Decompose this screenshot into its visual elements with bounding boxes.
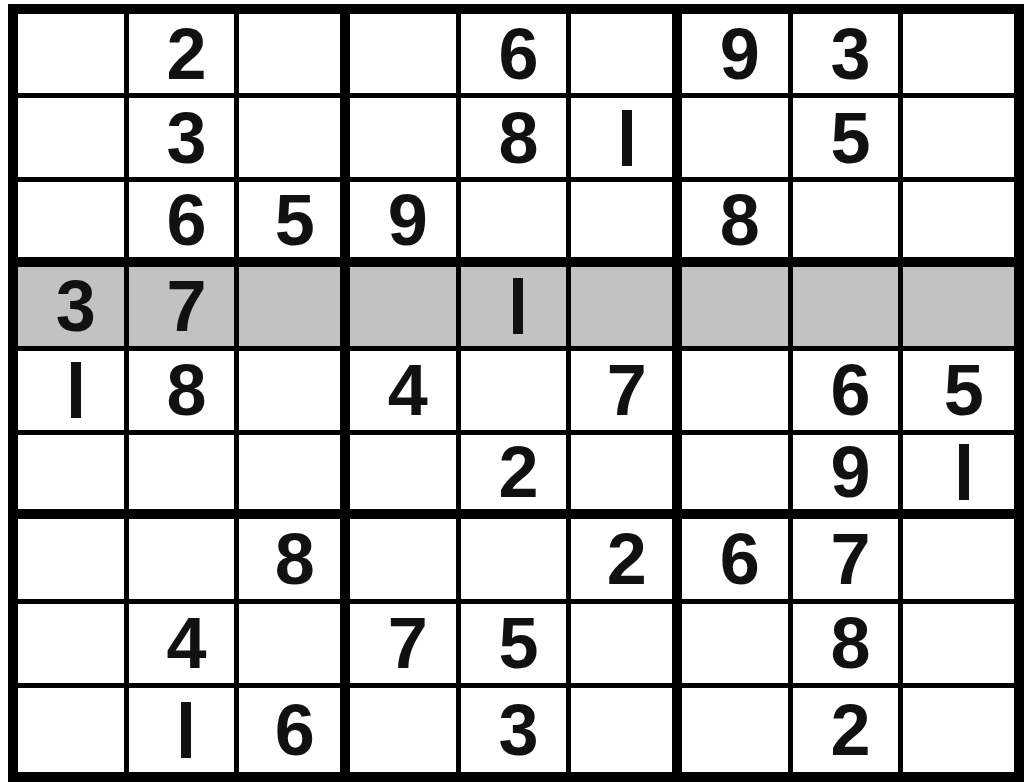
cell-r3c7: 8 bbox=[682, 182, 793, 266]
cell-r5c7[interactable] bbox=[682, 351, 793, 435]
given-digit: 2 bbox=[498, 436, 538, 508]
cell-r4c4[interactable] bbox=[350, 267, 461, 351]
cell-r5c6: 7 bbox=[571, 351, 682, 435]
cell-r7c6: 2 bbox=[571, 519, 682, 603]
cell-r2c7[interactable] bbox=[682, 98, 793, 182]
given-digit: 5 bbox=[275, 184, 315, 256]
cell-r5c2: 8 bbox=[129, 351, 240, 435]
cell-r6c9: 1 bbox=[903, 435, 1014, 519]
cell-r3c1[interactable] bbox=[18, 182, 129, 266]
cell-r9c3: 6 bbox=[239, 688, 350, 772]
cell-r1c9[interactable] bbox=[903, 14, 1014, 98]
given-digit: 1 bbox=[959, 444, 969, 500]
cell-r6c6[interactable] bbox=[571, 435, 682, 519]
cell-r6c7[interactable] bbox=[682, 435, 793, 519]
cell-r2c4[interactable] bbox=[350, 98, 461, 182]
given-digit: 2 bbox=[607, 523, 647, 595]
given-digit: 2 bbox=[830, 694, 870, 766]
cell-r5c4: 4 bbox=[350, 351, 461, 435]
sudoku-page: 269338156598371184765291826747581632 bbox=[0, 0, 1024, 782]
cell-r4c1: 3 bbox=[18, 267, 129, 351]
cell-r4c3[interactable] bbox=[239, 267, 350, 351]
given-digit: 4 bbox=[166, 607, 206, 679]
cell-r5c1: 1 bbox=[18, 351, 129, 435]
cell-r5c9: 5 bbox=[903, 351, 1014, 435]
cell-r1c7: 9 bbox=[682, 14, 793, 98]
cell-r2c1[interactable] bbox=[18, 98, 129, 182]
cell-r6c8: 9 bbox=[793, 435, 904, 519]
cell-r3c6[interactable] bbox=[571, 182, 682, 266]
cell-r1c8: 3 bbox=[793, 14, 904, 98]
cell-r7c2[interactable] bbox=[129, 519, 240, 603]
cell-r7c5[interactable] bbox=[461, 519, 572, 603]
cell-r8c5: 5 bbox=[461, 604, 572, 688]
cell-r3c5[interactable] bbox=[461, 182, 572, 266]
cell-r9c7[interactable] bbox=[682, 688, 793, 772]
given-digit: 1 bbox=[71, 362, 81, 418]
cell-r3c8[interactable] bbox=[793, 182, 904, 266]
cell-r2c5: 8 bbox=[461, 98, 572, 182]
given-digit: 3 bbox=[166, 102, 206, 174]
given-digit: 8 bbox=[166, 354, 206, 426]
cell-r9c6[interactable] bbox=[571, 688, 682, 772]
cell-r8c1[interactable] bbox=[18, 604, 129, 688]
cell-r3c2: 6 bbox=[129, 182, 240, 266]
cell-r6c2[interactable] bbox=[129, 435, 240, 519]
cell-r7c8: 7 bbox=[793, 519, 904, 603]
given-digit: 6 bbox=[166, 184, 206, 256]
sudoku-board: 269338156598371184765291826747581632 bbox=[8, 4, 1024, 782]
given-digit: 9 bbox=[830, 436, 870, 508]
cell-r1c4[interactable] bbox=[350, 14, 461, 98]
cell-r8c3[interactable] bbox=[239, 604, 350, 688]
given-digit: 2 bbox=[166, 18, 206, 90]
given-digit: 5 bbox=[498, 607, 538, 679]
cell-r9c1[interactable] bbox=[18, 688, 129, 772]
given-digit: 7 bbox=[830, 523, 870, 595]
cell-r5c3[interactable] bbox=[239, 351, 350, 435]
cell-r1c3[interactable] bbox=[239, 14, 350, 98]
cell-r7c4[interactable] bbox=[350, 519, 461, 603]
cell-r5c8: 6 bbox=[793, 351, 904, 435]
cell-r3c9[interactable] bbox=[903, 182, 1014, 266]
cell-r6c1[interactable] bbox=[18, 435, 129, 519]
cell-r1c1[interactable] bbox=[18, 14, 129, 98]
given-digit: 8 bbox=[498, 102, 538, 174]
cell-r8c7[interactable] bbox=[682, 604, 793, 688]
given-digit: 1 bbox=[513, 278, 523, 334]
given-digit: 3 bbox=[498, 694, 538, 766]
given-digit: 6 bbox=[498, 18, 538, 90]
cell-r2c9[interactable] bbox=[903, 98, 1014, 182]
cell-r4c8[interactable] bbox=[793, 267, 904, 351]
cell-r6c4[interactable] bbox=[350, 435, 461, 519]
given-digit: 5 bbox=[944, 354, 984, 426]
given-digit: 6 bbox=[720, 523, 760, 595]
given-digit: 1 bbox=[181, 702, 191, 758]
given-digit: 9 bbox=[388, 184, 428, 256]
cell-r4c9[interactable] bbox=[903, 267, 1014, 351]
given-digit: 3 bbox=[830, 18, 870, 90]
cell-r8c8: 8 bbox=[793, 604, 904, 688]
cell-r1c6[interactable] bbox=[571, 14, 682, 98]
cell-r7c9[interactable] bbox=[903, 519, 1014, 603]
cell-r7c7: 6 bbox=[682, 519, 793, 603]
cell-r7c1[interactable] bbox=[18, 519, 129, 603]
cell-r1c2: 2 bbox=[129, 14, 240, 98]
cell-r5c5[interactable] bbox=[461, 351, 572, 435]
given-digit: 1 bbox=[622, 110, 632, 166]
cell-r4c7[interactable] bbox=[682, 267, 793, 351]
given-digit: 4 bbox=[388, 354, 428, 426]
cell-r3c4: 9 bbox=[350, 182, 461, 266]
given-digit: 8 bbox=[275, 523, 315, 595]
cell-r4c5: 1 bbox=[461, 267, 572, 351]
given-digit: 5 bbox=[830, 102, 870, 174]
cell-r2c2: 3 bbox=[129, 98, 240, 182]
cell-r8c2: 4 bbox=[129, 604, 240, 688]
cell-r4c6[interactable] bbox=[571, 267, 682, 351]
cell-r9c2: 1 bbox=[129, 688, 240, 772]
cell-r2c6: 1 bbox=[571, 98, 682, 182]
given-digit: 3 bbox=[56, 270, 96, 342]
given-digit: 7 bbox=[388, 607, 428, 679]
given-digit: 6 bbox=[275, 694, 315, 766]
cell-r8c9[interactable] bbox=[903, 604, 1014, 688]
cell-r1c5: 6 bbox=[461, 14, 572, 98]
given-digit: 7 bbox=[166, 270, 206, 342]
cell-r9c4[interactable] bbox=[350, 688, 461, 772]
cell-r6c3[interactable] bbox=[239, 435, 350, 519]
cell-r9c5: 3 bbox=[461, 688, 572, 772]
given-digit: 7 bbox=[607, 354, 647, 426]
cell-r2c3[interactable] bbox=[239, 98, 350, 182]
cell-r9c8: 2 bbox=[793, 688, 904, 772]
cell-r8c4: 7 bbox=[350, 604, 461, 688]
given-digit: 9 bbox=[720, 18, 760, 90]
cell-r2c8: 5 bbox=[793, 98, 904, 182]
cell-r8c6[interactable] bbox=[571, 604, 682, 688]
cell-r4c2: 7 bbox=[129, 267, 240, 351]
cell-r6c5: 2 bbox=[461, 435, 572, 519]
cell-r3c3: 5 bbox=[239, 182, 350, 266]
given-digit: 8 bbox=[830, 607, 870, 679]
given-digit: 8 bbox=[720, 184, 760, 256]
given-digit: 6 bbox=[830, 354, 870, 426]
cell-r9c9[interactable] bbox=[903, 688, 1014, 772]
cell-r7c3: 8 bbox=[239, 519, 350, 603]
